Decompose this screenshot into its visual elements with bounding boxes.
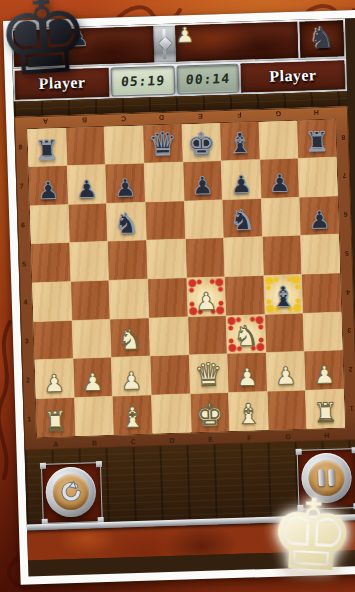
white-pawn-g2[interactable]: ♟ <box>266 352 305 391</box>
captured-tray-white: ♟ <box>175 22 298 62</box>
black-bishop-f8[interactable]: ♝ <box>220 122 259 161</box>
square-f3[interactable]: ♞ <box>226 315 265 354</box>
black-pawn-e7[interactable]: ♟ <box>183 161 222 200</box>
square-h3[interactable] <box>304 312 343 351</box>
black-pawn-c7[interactable]: ♟ <box>106 164 145 203</box>
square-a2[interactable]: ♟ <box>35 359 74 398</box>
square-f4[interactable] <box>225 276 264 315</box>
white-pawn-e4[interactable]: ♟ <box>187 277 226 316</box>
square-f7[interactable]: ♟ <box>222 160 261 199</box>
square-f2[interactable]: ♟ <box>228 353 267 392</box>
square-c4[interactable] <box>109 280 148 319</box>
player-right-name: Player <box>240 60 345 92</box>
square-f1[interactable]: ♝ <box>229 392 268 431</box>
captured-black-pawn-icon: ♟ <box>69 26 154 64</box>
player-left-name: Player <box>15 68 110 100</box>
square-b6[interactable] <box>68 204 107 243</box>
chess-app-screen: { "game": "chess", "position": { "fen": … <box>0 0 355 592</box>
square-e7[interactable]: ♟ <box>183 161 222 200</box>
board-grid: ♜♛♚♝♜♟♟♟♟♟♟♞♞♟♟♝♞♞♟♟♟♛♟♟♟♜♝♚♝♜ <box>26 118 346 438</box>
white-rook-h1[interactable]: ♜ <box>306 389 345 428</box>
square-e1[interactable]: ♚ <box>190 393 229 432</box>
square-a6[interactable] <box>30 205 69 244</box>
square-d8[interactable]: ♛ <box>143 124 182 163</box>
square-g3[interactable] <box>265 313 304 352</box>
square-g6[interactable] <box>261 198 300 237</box>
square-f8[interactable]: ♝ <box>220 122 259 161</box>
app-window: ♟ ♟ ♞ Player 05:19 00:14 Player ABCDEFGH… <box>3 10 355 585</box>
square-g8[interactable] <box>259 120 298 159</box>
square-a1[interactable]: ♜ <box>36 398 75 437</box>
square-d2[interactable] <box>150 356 189 395</box>
black-rook-a8[interactable]: ♜ <box>27 128 66 167</box>
square-a7[interactable]: ♟ <box>29 166 68 205</box>
black-pawn-f7[interactable]: ♟ <box>222 160 261 199</box>
tray-divider-ornament-icon <box>153 26 176 63</box>
square-d1[interactable] <box>152 394 191 433</box>
square-b1[interactable] <box>74 397 113 436</box>
square-h2[interactable]: ♟ <box>305 351 344 390</box>
square-g7[interactable]: ♟ <box>260 159 299 198</box>
white-bishop-c1[interactable]: ♝ <box>113 395 152 434</box>
captured-white-pawn-icon: ♟ <box>175 23 260 61</box>
square-b4[interactable] <box>71 281 110 320</box>
square-e6[interactable] <box>184 200 223 239</box>
undo-icon <box>52 473 89 510</box>
square-h4[interactable] <box>302 274 341 313</box>
white-pawn-a2[interactable]: ♟ <box>35 359 74 398</box>
chess-board: ABCDEFGH ABCDEFGH 87654321 87654321 ♜♛♚♝… <box>14 106 355 450</box>
player-left-clock: 05:19 <box>111 66 176 97</box>
square-b7[interactable]: ♟ <box>67 165 106 204</box>
board-area: ABCDEFGH ABCDEFGH 87654321 87654321 ♜♛♚♝… <box>14 106 355 450</box>
white-pawn-c2[interactable]: ♟ <box>112 357 151 396</box>
square-f5[interactable] <box>224 237 263 276</box>
square-c3[interactable]: ♞ <box>111 318 150 357</box>
square-b5[interactable] <box>70 242 109 281</box>
pause-icon <box>308 459 345 496</box>
square-h1[interactable]: ♜ <box>306 389 345 428</box>
black-rook-h8[interactable]: ♜ <box>298 119 337 158</box>
white-king-e1[interactable]: ♚ <box>190 393 229 432</box>
square-g5[interactable] <box>263 236 302 275</box>
square-a8[interactable]: ♜ <box>27 128 66 167</box>
opponent-avatar-panel: ♞ <box>297 20 344 57</box>
white-pawn-h2[interactable]: ♟ <box>305 351 344 390</box>
square-h5[interactable] <box>301 235 340 274</box>
black-knight-f6[interactable]: ♞ <box>223 199 262 238</box>
square-c8[interactable] <box>105 125 144 164</box>
square-c7[interactable]: ♟ <box>106 164 145 203</box>
black-bishop-g4[interactable]: ♝ <box>264 275 303 314</box>
square-c2[interactable]: ♟ <box>112 357 151 396</box>
square-d7[interactable] <box>144 163 183 202</box>
square-h7[interactable] <box>299 158 338 197</box>
square-d5[interactable] <box>147 240 186 279</box>
square-e8[interactable]: ♚ <box>182 123 221 162</box>
square-e2[interactable]: ♛ <box>189 354 228 393</box>
square-e3[interactable] <box>188 316 227 355</box>
square-b2[interactable]: ♟ <box>73 358 112 397</box>
black-knight-c6[interactable]: ♞ <box>107 202 146 241</box>
square-f6[interactable]: ♞ <box>223 199 262 238</box>
square-d3[interactable] <box>149 317 188 356</box>
square-e4[interactable]: ♟ <box>187 277 226 316</box>
white-bishop-f1[interactable]: ♝ <box>229 392 268 431</box>
square-g4[interactable]: ♝ <box>264 275 303 314</box>
burl-wood-strip <box>27 517 355 560</box>
white-knight-c3[interactable]: ♞ <box>111 318 150 357</box>
white-queen-e2[interactable]: ♛ <box>189 354 228 393</box>
square-c1[interactable]: ♝ <box>113 395 152 434</box>
square-b3[interactable] <box>72 319 111 358</box>
square-b8[interactable] <box>66 126 105 165</box>
square-c6[interactable]: ♞ <box>107 202 146 241</box>
square-d6[interactable] <box>146 201 185 240</box>
square-h6[interactable]: ♟ <box>300 196 339 235</box>
player-right-clock: 00:14 <box>176 64 239 95</box>
knight-avatar-icon: ♞ <box>308 24 335 54</box>
square-c5[interactable] <box>108 241 147 280</box>
square-g2[interactable]: ♟ <box>266 352 305 391</box>
square-d4[interactable] <box>148 278 187 317</box>
controls-bar <box>24 440 355 528</box>
black-pawn-g7[interactable]: ♟ <box>260 159 299 198</box>
white-rook-a1[interactable]: ♜ <box>36 398 75 437</box>
black-pawn-h6[interactable]: ♟ <box>300 196 339 235</box>
captured-tray-black: ♟ <box>13 26 154 66</box>
square-e5[interactable] <box>185 239 224 278</box>
black-pawn-b7[interactable]: ♟ <box>67 165 106 204</box>
white-pawn-f2[interactable]: ♟ <box>228 353 267 392</box>
black-king-e8[interactable]: ♚ <box>182 123 221 162</box>
square-h8[interactable]: ♜ <box>298 119 337 158</box>
square-a5[interactable] <box>31 243 70 282</box>
square-a4[interactable] <box>32 282 71 321</box>
square-g1[interactable] <box>268 391 307 430</box>
black-queen-d8[interactable]: ♛ <box>143 124 182 163</box>
square-a3[interactable] <box>33 321 72 360</box>
white-knight-f3[interactable]: ♞ <box>226 315 265 354</box>
white-pawn-b2[interactable]: ♟ <box>73 358 112 397</box>
black-pawn-a7[interactable]: ♟ <box>29 166 68 205</box>
